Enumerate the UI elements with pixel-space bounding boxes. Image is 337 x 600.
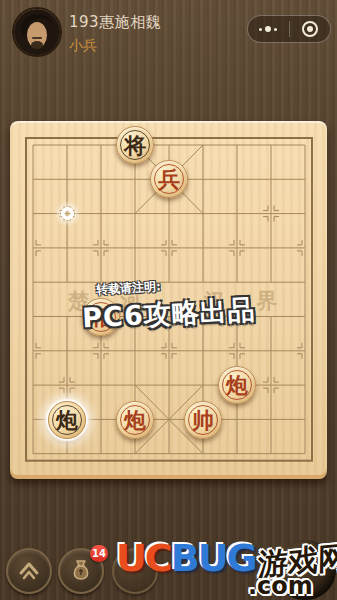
- red-general-piece[interactable]: 帅: [184, 401, 222, 439]
- red-soldier-piece[interactable]: 兵: [150, 160, 188, 198]
- tip-count-badge: 14: [90, 545, 108, 562]
- exit-target-icon[interactable]: [290, 16, 331, 42]
- more-dots-icon[interactable]: [248, 16, 289, 42]
- collapse-up-icon: [16, 558, 42, 584]
- piece-character: 帅: [192, 409, 214, 431]
- app-window: 193惠施相魏 小兵 楚 河 汉 界 将兵相炮炮炮帅 转载请注明: PC6攻略出…: [0, 0, 337, 600]
- hidden-round-button[interactable]: [112, 548, 158, 594]
- red-cannon-piece[interactable]: 炮: [218, 366, 256, 404]
- collapse-button[interactable]: [6, 548, 52, 594]
- watermark-cn: 游戏网: [258, 537, 337, 586]
- wechat-capsule: [247, 15, 331, 43]
- watermark-bug: BUG: [171, 536, 256, 580]
- level-title: 193惠施相魏: [69, 12, 161, 32]
- level-subtitle: 小兵: [69, 36, 161, 55]
- piece-character: 炮: [56, 409, 78, 431]
- red-elephant-piece[interactable]: 相: [82, 298, 120, 336]
- black-cannon-piece[interactable]: 炮: [48, 401, 86, 439]
- xiangqi-board[interactable]: 楚 河 汉 界 将兵相炮炮炮帅: [10, 121, 327, 479]
- piece-character: 将: [124, 134, 146, 156]
- black-general-piece[interactable]: 将: [116, 126, 154, 164]
- red-cannon-piece[interactable]: 炮: [116, 401, 154, 439]
- watermark-dotcom: .com: [248, 572, 337, 600]
- piece-character: 炮: [226, 374, 248, 396]
- piece-character: 相: [90, 306, 112, 328]
- piece-character: 兵: [158, 168, 180, 190]
- avatar-portrait-icon: [14, 9, 60, 55]
- tip-bag-icon: [67, 557, 95, 585]
- pieces-layer: 将兵相炮炮炮帅: [16, 128, 322, 471]
- globe-icon: [274, 540, 336, 600]
- piece-character: 炮: [124, 409, 146, 431]
- tip-bag-button[interactable]: 14: [58, 548, 104, 594]
- sparkle-marker: [60, 206, 75, 221]
- player-avatar: [12, 7, 62, 57]
